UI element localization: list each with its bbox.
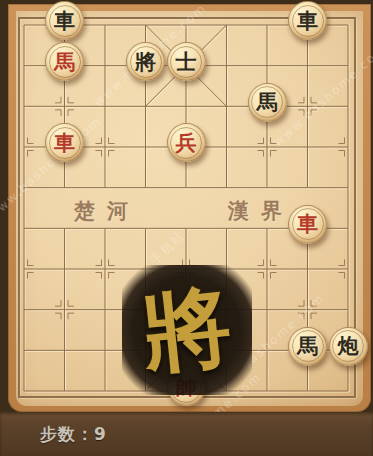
piece-character: 馬 bbox=[54, 51, 75, 72]
piece-character: 車 bbox=[54, 10, 75, 31]
piece-red-horse[interactable]: 馬 bbox=[44, 45, 85, 86]
piece-black-advisor[interactable]: 士 bbox=[166, 45, 207, 86]
piece-character: 兵 bbox=[176, 132, 197, 153]
piece-black-cannon[interactable]: 炮 bbox=[328, 330, 369, 371]
piece-disc: 帥 bbox=[167, 367, 206, 406]
piece-character: 將 bbox=[135, 51, 156, 72]
piece-character: 士 bbox=[176, 51, 197, 72]
xiangqi-board[interactable]: 車車馬將士馬車兵車馬炮帥 bbox=[4, 5, 369, 412]
piece-disc: 馬 bbox=[45, 42, 84, 81]
piece-character: 車 bbox=[54, 132, 75, 153]
piece-character: 馬 bbox=[297, 335, 318, 356]
piece-disc: 車 bbox=[45, 123, 84, 162]
piece-black-horse[interactable]: 馬 bbox=[287, 330, 328, 371]
piece-character: 炮 bbox=[338, 335, 359, 356]
piece-disc: 士 bbox=[167, 42, 206, 81]
piece-red-chariot[interactable]: 車 bbox=[287, 208, 328, 249]
piece-character: 馬 bbox=[257, 91, 278, 112]
piece-black-horse[interactable]: 馬 bbox=[247, 86, 288, 127]
piece-disc: 車 bbox=[288, 1, 327, 40]
step-counter: 步数：9 bbox=[40, 423, 107, 446]
piece-disc: 炮 bbox=[329, 327, 368, 366]
piece-black-chariot[interactable]: 車 bbox=[44, 5, 85, 46]
piece-character: 車 bbox=[297, 213, 318, 234]
piece-black-chariot[interactable]: 車 bbox=[287, 5, 328, 46]
piece-disc: 將 bbox=[126, 42, 165, 81]
piece-disc: 馬 bbox=[248, 83, 287, 122]
piece-disc: 車 bbox=[45, 1, 84, 40]
piece-black-general[interactable]: 將 bbox=[125, 45, 166, 86]
status-bar: 步数：9 bbox=[0, 412, 373, 456]
piece-disc: 兵 bbox=[167, 123, 206, 162]
piece-disc: 車 bbox=[288, 205, 327, 244]
piece-character: 帥 bbox=[176, 376, 197, 397]
piece-disc: 馬 bbox=[288, 327, 327, 366]
xiangqi-game-screen: 楚河 漢界 www.bashome.comwww.bashome.comwww.… bbox=[0, 0, 373, 456]
piece-red-soldier[interactable]: 兵 bbox=[166, 127, 207, 168]
piece-red-general[interactable]: 帥 bbox=[166, 371, 207, 412]
piece-red-chariot[interactable]: 車 bbox=[44, 127, 85, 168]
piece-character: 車 bbox=[297, 10, 318, 31]
